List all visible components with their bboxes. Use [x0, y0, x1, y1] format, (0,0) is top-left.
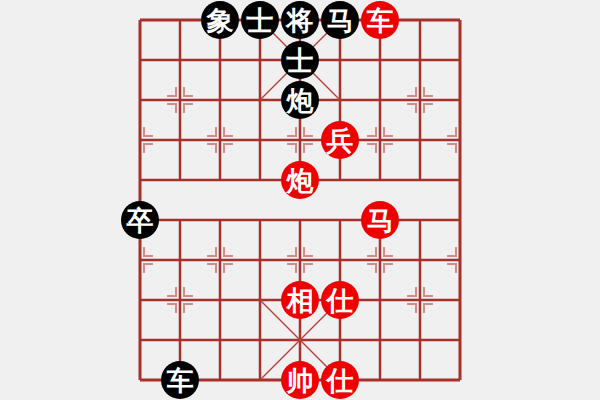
piece-red-advisor[interactable]: 仕 [321, 361, 359, 399]
board-intersection[interactable] [280, 320, 320, 360]
board-intersection[interactable] [280, 240, 320, 280]
board-intersection[interactable] [400, 360, 440, 400]
board-intersection[interactable] [160, 200, 200, 240]
board-intersection[interactable] [280, 200, 320, 240]
board-intersection[interactable] [400, 80, 440, 120]
board-intersection[interactable] [360, 280, 400, 320]
board-intersection[interactable] [400, 320, 440, 360]
piece-red-soldier[interactable]: 兵 [321, 121, 359, 159]
board-intersection[interactable] [200, 40, 240, 80]
board-intersection[interactable] [360, 320, 400, 360]
board-intersection[interactable] [360, 80, 400, 120]
board-grid: 象士将马车士炮兵炮卒马相仕车帅仕 [120, 0, 480, 400]
board-intersection[interactable]: 象 [200, 0, 240, 40]
board-intersection[interactable] [440, 160, 480, 200]
board-intersection[interactable] [120, 280, 160, 320]
board-intersection[interactable] [360, 160, 400, 200]
board-intersection[interactable] [120, 40, 160, 80]
board-intersection[interactable]: 兵 [320, 120, 360, 160]
piece-red-horse[interactable]: 马 [361, 201, 399, 239]
board-intersection[interactable] [320, 320, 360, 360]
board-intersection[interactable]: 卒 [120, 200, 160, 240]
piece-red-elephant[interactable]: 相 [281, 281, 319, 319]
board-intersection[interactable] [320, 80, 360, 120]
board-intersection[interactable] [160, 160, 200, 200]
board-intersection[interactable]: 将 [280, 0, 320, 40]
board-intersection[interactable] [280, 120, 320, 160]
piece-red-general[interactable]: 帅 [281, 361, 319, 399]
piece-black-horse[interactable]: 马 [321, 1, 359, 39]
board-intersection[interactable] [160, 320, 200, 360]
board-intersection[interactable] [320, 40, 360, 80]
board-intersection[interactable] [360, 120, 400, 160]
board-intersection[interactable] [120, 160, 160, 200]
board-intersection[interactable]: 马 [360, 200, 400, 240]
board-intersection[interactable] [120, 0, 160, 40]
board-intersection[interactable]: 士 [240, 0, 280, 40]
board-intersection[interactable] [400, 200, 440, 240]
piece-red-advisor[interactable]: 仕 [321, 281, 359, 319]
board-intersection[interactable] [160, 40, 200, 80]
piece-red-chariot[interactable]: 车 [361, 1, 399, 39]
board-intersection[interactable] [120, 240, 160, 280]
board-intersection[interactable] [240, 80, 280, 120]
board-intersection[interactable]: 仕 [320, 360, 360, 400]
board-intersection[interactable] [120, 80, 160, 120]
board-intersection[interactable] [440, 40, 480, 80]
board-intersection[interactable] [160, 240, 200, 280]
board-intersection[interactable]: 车 [160, 360, 200, 400]
board-intersection[interactable] [360, 360, 400, 400]
board-intersection[interactable] [400, 160, 440, 200]
board-intersection[interactable] [440, 280, 480, 320]
board-intersection[interactable]: 炮 [280, 160, 320, 200]
board-intersection[interactable]: 仕 [320, 280, 360, 320]
board-intersection[interactable] [440, 360, 480, 400]
board-intersection[interactable] [400, 120, 440, 160]
board-intersection[interactable] [440, 320, 480, 360]
board-intersection[interactable] [360, 240, 400, 280]
board-intersection[interactable] [160, 120, 200, 160]
board-intersection[interactable] [200, 200, 240, 240]
board-intersection[interactable] [240, 280, 280, 320]
board-intersection[interactable] [400, 280, 440, 320]
board-intersection[interactable] [440, 0, 480, 40]
piece-black-cannon[interactable]: 炮 [281, 81, 319, 119]
board-intersection[interactable] [200, 360, 240, 400]
board-intersection[interactable] [120, 320, 160, 360]
board-intersection[interactable] [400, 40, 440, 80]
board-intersection[interactable] [200, 240, 240, 280]
board-intersection[interactable]: 帅 [280, 360, 320, 400]
board-intersection[interactable] [320, 200, 360, 240]
board-intersection[interactable] [240, 240, 280, 280]
board-intersection[interactable] [240, 160, 280, 200]
board-intersection[interactable] [400, 240, 440, 280]
board-intersection[interactable]: 相 [280, 280, 320, 320]
piece-black-chariot[interactable]: 车 [161, 361, 199, 399]
board-intersection[interactable] [320, 160, 360, 200]
board-intersection[interactable] [160, 280, 200, 320]
board-intersection[interactable] [440, 200, 480, 240]
board-intersection[interactable] [440, 120, 480, 160]
xiangqi-board: 象士将马车士炮兵炮卒马相仕车帅仕 [0, 0, 600, 400]
board-intersection[interactable]: 士 [280, 40, 320, 80]
board-intersection[interactable] [200, 120, 240, 160]
board-intersection[interactable] [240, 40, 280, 80]
board-intersection[interactable] [160, 80, 200, 120]
board-intersection[interactable] [200, 160, 240, 200]
board-intersection[interactable] [240, 360, 280, 400]
board-intersection[interactable] [200, 80, 240, 120]
board-intersection[interactable]: 车 [360, 0, 400, 40]
board-intersection[interactable] [240, 320, 280, 360]
board-intersection[interactable] [240, 200, 280, 240]
piece-black-elephant[interactable]: 象 [201, 1, 239, 39]
board-intersection[interactable] [120, 360, 160, 400]
piece-black-advisor[interactable]: 士 [241, 1, 279, 39]
board-intersection[interactable] [360, 40, 400, 80]
board-intersection[interactable] [200, 280, 240, 320]
piece-black-general[interactable]: 将 [281, 1, 319, 39]
board-intersection[interactable] [440, 240, 480, 280]
board-intersection[interactable] [120, 120, 160, 160]
piece-black-advisor[interactable]: 士 [281, 41, 319, 79]
piece-red-cannon[interactable]: 炮 [281, 161, 319, 199]
piece-black-soldier[interactable]: 卒 [121, 201, 159, 239]
board-intersection[interactable] [240, 120, 280, 160]
board-intersection[interactable]: 炮 [280, 80, 320, 120]
board-intersection[interactable] [160, 0, 200, 40]
board-intersection[interactable]: 马 [320, 0, 360, 40]
board-intersection[interactable] [440, 80, 480, 120]
board-intersection[interactable] [200, 320, 240, 360]
board-intersection[interactable] [400, 0, 440, 40]
board-intersection[interactable] [320, 240, 360, 280]
